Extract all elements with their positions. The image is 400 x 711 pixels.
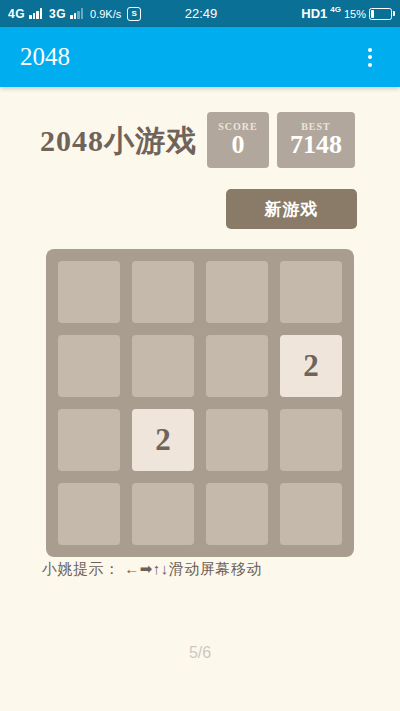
board[interactable]: 22 (46, 249, 354, 557)
score-box: SCORE 0 (207, 112, 269, 168)
battery-percent: 15% (344, 8, 366, 20)
clock: 22:49 (185, 0, 218, 27)
empty-cell (132, 335, 194, 397)
empty-cell (280, 409, 342, 471)
empty-cell (206, 483, 268, 545)
sim-badge-icon: S (127, 7, 141, 21)
battery-icon (369, 8, 392, 20)
network-3g-label: 3G (49, 7, 66, 21)
status-right-group: HD1 4G 15% (301, 6, 392, 21)
empty-cell (58, 335, 120, 397)
status-bar: 4G 3G 0.9K/s S 22:49 HD1 4G 15% (0, 0, 400, 27)
best-box: BEST 7148 (277, 112, 355, 168)
signal-bars-icon (29, 8, 42, 19)
empty-cell (206, 261, 268, 323)
page-indicator: 5/6 (0, 644, 400, 662)
tile-2: 2 (132, 409, 194, 471)
empty-cell (206, 335, 268, 397)
empty-cell (132, 483, 194, 545)
app-bar: 2048 (0, 27, 400, 87)
app-title: 2048 (20, 43, 70, 71)
empty-cell (58, 261, 120, 323)
empty-cell (206, 409, 268, 471)
network-speed: 0.9K/s (90, 8, 121, 20)
signal-bars-secondary-icon (70, 8, 83, 19)
new-game-button[interactable]: 新游戏 (226, 189, 357, 229)
swipe-hint: 小姚提示： ←➡↑↓滑动屏幕移动 (42, 560, 262, 579)
status-left-group: 4G 3G 0.9K/s S (8, 7, 141, 21)
empty-cell (58, 409, 120, 471)
empty-cell (132, 261, 194, 323)
game-title: 2048小游戏 (40, 121, 197, 162)
best-value: 7148 (290, 132, 342, 158)
data-4g-badge: 4G (330, 5, 341, 14)
score-value: 0 (232, 132, 245, 158)
tile-2: 2 (280, 335, 342, 397)
empty-cell (280, 261, 342, 323)
volte-hd-label: HD1 (301, 6, 327, 21)
phone-screen: 4G 3G 0.9K/s S 22:49 HD1 4G 15% 2048 204… (0, 0, 400, 711)
network-4g-label: 4G (8, 7, 25, 21)
empty-cell (58, 483, 120, 545)
empty-cell (280, 483, 342, 545)
overflow-menu-icon[interactable] (362, 42, 378, 73)
